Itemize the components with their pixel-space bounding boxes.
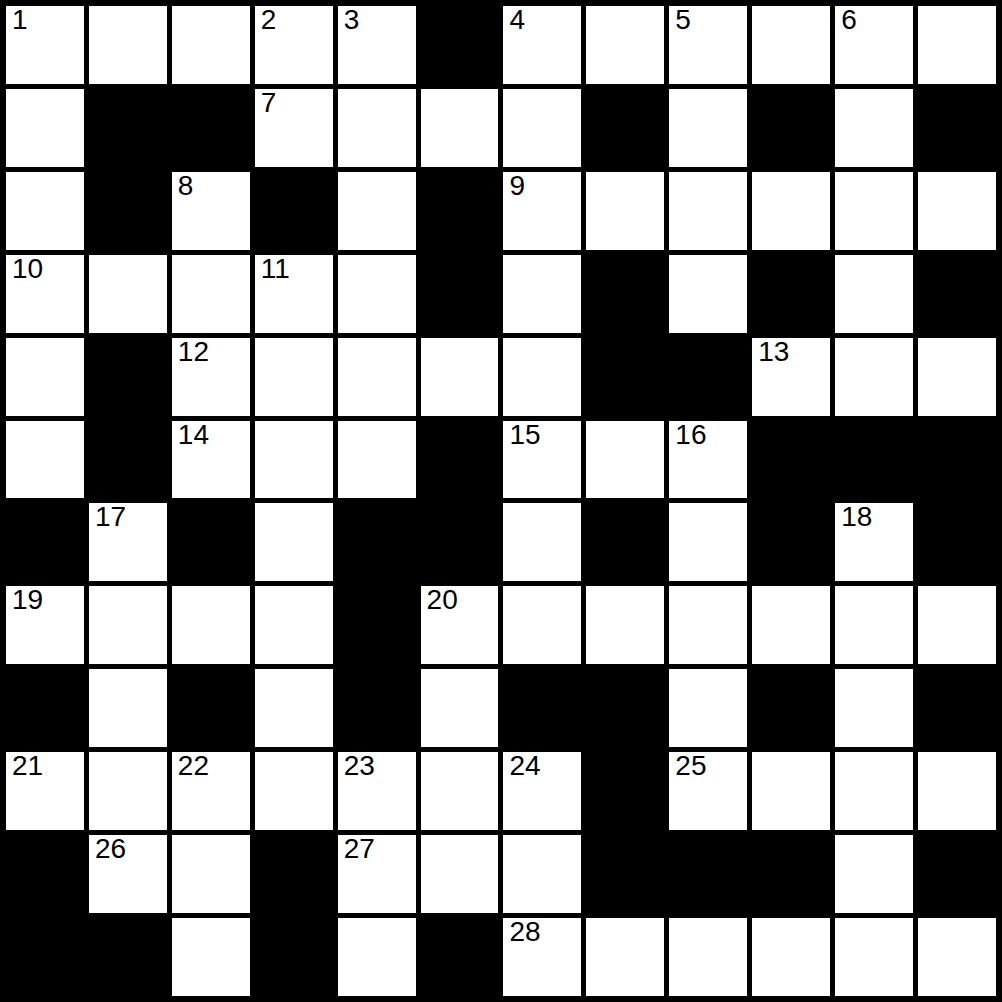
white-square[interactable]: 6 xyxy=(835,6,913,84)
black-square xyxy=(89,172,167,250)
white-square[interactable]: 10 xyxy=(6,255,84,333)
black-square xyxy=(918,503,996,581)
black-square xyxy=(6,835,84,913)
white-square[interactable] xyxy=(669,255,747,333)
black-square xyxy=(338,586,416,664)
white-square[interactable] xyxy=(503,255,581,333)
black-square xyxy=(752,835,830,913)
black-square xyxy=(89,918,167,996)
white-square[interactable]: 17 xyxy=(89,503,167,581)
white-square[interactable] xyxy=(89,586,167,664)
clue-number: 26 xyxy=(95,833,126,865)
black-square xyxy=(503,669,581,747)
white-square[interactable] xyxy=(835,586,913,664)
black-square xyxy=(89,421,167,499)
black-square xyxy=(752,89,830,167)
white-square[interactable] xyxy=(835,752,913,830)
white-square[interactable]: 22 xyxy=(172,752,250,830)
black-square xyxy=(586,89,664,167)
white-square[interactable] xyxy=(918,752,996,830)
black-square xyxy=(918,89,996,167)
white-square[interactable] xyxy=(835,669,913,747)
black-square xyxy=(421,918,499,996)
black-square xyxy=(586,255,664,333)
white-square[interactable]: 13 xyxy=(752,338,830,416)
black-square xyxy=(918,835,996,913)
white-square[interactable] xyxy=(255,338,333,416)
white-square[interactable]: 20 xyxy=(421,586,499,664)
white-square[interactable] xyxy=(255,503,333,581)
white-square[interactable] xyxy=(835,89,913,167)
white-square[interactable] xyxy=(586,421,664,499)
white-square[interactable] xyxy=(6,421,84,499)
black-square xyxy=(338,503,416,581)
white-square[interactable]: 24 xyxy=(503,752,581,830)
crossword-board: 1234567891011121314151617181920212223242… xyxy=(0,0,1002,1002)
black-square xyxy=(669,338,747,416)
white-square[interactable] xyxy=(918,918,996,996)
black-square xyxy=(752,421,830,499)
clue-number: 5 xyxy=(675,4,691,36)
white-square[interactable]: 11 xyxy=(255,255,333,333)
black-square xyxy=(586,835,664,913)
white-square[interactable] xyxy=(255,752,333,830)
white-square[interactable] xyxy=(752,6,830,84)
white-square[interactable] xyxy=(172,255,250,333)
black-square xyxy=(752,503,830,581)
white-square[interactable] xyxy=(669,669,747,747)
white-square[interactable]: 15 xyxy=(503,421,581,499)
clue-number: 17 xyxy=(95,501,126,533)
white-square[interactable] xyxy=(338,172,416,250)
white-square[interactable] xyxy=(918,338,996,416)
white-square[interactable]: 2 xyxy=(255,6,333,84)
white-square[interactable] xyxy=(172,918,250,996)
black-square xyxy=(172,669,250,747)
clue-number: 13 xyxy=(758,336,789,368)
clue-number: 12 xyxy=(178,336,209,368)
white-square[interactable]: 1 xyxy=(6,6,84,84)
white-square[interactable]: 18 xyxy=(835,503,913,581)
white-square[interactable] xyxy=(918,586,996,664)
white-square[interactable] xyxy=(586,586,664,664)
white-square[interactable] xyxy=(586,172,664,250)
clue-number: 3 xyxy=(344,4,360,36)
white-square[interactable] xyxy=(835,172,913,250)
white-square[interactable]: 19 xyxy=(6,586,84,664)
white-square[interactable] xyxy=(338,421,416,499)
white-square[interactable] xyxy=(503,503,581,581)
black-square xyxy=(6,669,84,747)
black-square xyxy=(6,503,84,581)
clue-number: 22 xyxy=(178,750,209,782)
black-square xyxy=(338,669,416,747)
black-square xyxy=(586,752,664,830)
white-square[interactable] xyxy=(586,6,664,84)
white-square[interactable] xyxy=(669,918,747,996)
white-square[interactable] xyxy=(89,752,167,830)
white-square[interactable] xyxy=(752,586,830,664)
black-square xyxy=(89,338,167,416)
clue-number: 28 xyxy=(509,916,540,948)
white-square[interactable]: 8 xyxy=(172,172,250,250)
white-square[interactable] xyxy=(752,918,830,996)
black-square xyxy=(6,918,84,996)
black-square xyxy=(421,421,499,499)
white-square[interactable] xyxy=(752,752,830,830)
white-square[interactable] xyxy=(835,835,913,913)
clue-number: 6 xyxy=(841,4,857,36)
clue-number: 19 xyxy=(12,584,43,616)
black-square xyxy=(918,255,996,333)
white-square[interactable] xyxy=(918,172,996,250)
clue-number: 2 xyxy=(261,4,277,36)
black-square xyxy=(752,255,830,333)
white-square[interactable] xyxy=(503,586,581,664)
black-square xyxy=(421,172,499,250)
white-square[interactable]: 12 xyxy=(172,338,250,416)
black-square xyxy=(421,503,499,581)
white-square[interactable] xyxy=(172,586,250,664)
black-square xyxy=(421,6,499,84)
clue-number: 7 xyxy=(261,87,277,119)
white-square[interactable] xyxy=(255,669,333,747)
black-square xyxy=(918,669,996,747)
clue-number: 20 xyxy=(427,584,458,616)
white-square[interactable] xyxy=(338,338,416,416)
white-square[interactable]: 4 xyxy=(503,6,581,84)
black-square xyxy=(752,669,830,747)
white-square[interactable] xyxy=(586,918,664,996)
black-square xyxy=(172,503,250,581)
black-square xyxy=(918,421,996,499)
white-square[interactable]: 3 xyxy=(338,6,416,84)
white-square[interactable] xyxy=(172,6,250,84)
white-square[interactable] xyxy=(421,338,499,416)
white-square[interactable]: 5 xyxy=(669,6,747,84)
white-square[interactable] xyxy=(89,255,167,333)
clue-number: 15 xyxy=(509,419,540,451)
clue-number: 25 xyxy=(675,750,706,782)
black-square xyxy=(255,918,333,996)
white-square[interactable] xyxy=(503,89,581,167)
black-square xyxy=(586,503,664,581)
white-square[interactable] xyxy=(6,172,84,250)
clue-number: 11 xyxy=(261,253,290,285)
clue-number: 16 xyxy=(675,419,706,451)
clue-number: 23 xyxy=(344,750,375,782)
white-square[interactable] xyxy=(503,338,581,416)
white-square[interactable] xyxy=(669,89,747,167)
clue-number: 18 xyxy=(841,501,872,533)
white-square[interactable]: 21 xyxy=(6,752,84,830)
black-square xyxy=(255,835,333,913)
black-square xyxy=(835,421,913,499)
black-square xyxy=(669,835,747,913)
white-square[interactable] xyxy=(338,89,416,167)
black-square xyxy=(421,255,499,333)
white-square[interactable] xyxy=(421,752,499,830)
white-square[interactable]: 26 xyxy=(89,835,167,913)
white-square[interactable] xyxy=(255,586,333,664)
white-square[interactable]: 28 xyxy=(503,918,581,996)
white-square[interactable]: 16 xyxy=(669,421,747,499)
white-square[interactable] xyxy=(255,421,333,499)
white-square[interactable] xyxy=(835,918,913,996)
clue-number: 1 xyxy=(12,4,28,36)
white-square[interactable]: 14 xyxy=(172,421,250,499)
white-square[interactable] xyxy=(835,255,913,333)
white-square[interactable] xyxy=(918,6,996,84)
clue-number: 24 xyxy=(509,750,540,782)
white-square[interactable] xyxy=(6,89,84,167)
clue-number: 27 xyxy=(344,833,375,865)
white-square[interactable] xyxy=(752,172,830,250)
white-square[interactable] xyxy=(338,255,416,333)
white-square[interactable]: 7 xyxy=(255,89,333,167)
white-square[interactable] xyxy=(669,586,747,664)
clue-number: 4 xyxy=(509,4,525,36)
black-square xyxy=(89,89,167,167)
black-square xyxy=(255,172,333,250)
clue-number: 21 xyxy=(12,750,43,782)
white-square[interactable] xyxy=(89,6,167,84)
black-square xyxy=(172,89,250,167)
white-square[interactable] xyxy=(6,338,84,416)
white-square[interactable]: 9 xyxy=(503,172,581,250)
clue-number: 9 xyxy=(509,170,525,202)
white-square[interactable] xyxy=(89,669,167,747)
white-square[interactable]: 23 xyxy=(338,752,416,830)
white-square[interactable] xyxy=(421,835,499,913)
black-square xyxy=(586,338,664,416)
white-square[interactable] xyxy=(421,89,499,167)
white-square[interactable]: 27 xyxy=(338,835,416,913)
white-square[interactable] xyxy=(338,918,416,996)
white-square[interactable] xyxy=(669,172,747,250)
white-square[interactable]: 25 xyxy=(669,752,747,830)
white-square[interactable] xyxy=(669,503,747,581)
white-square[interactable] xyxy=(172,835,250,913)
clue-number: 8 xyxy=(178,170,194,202)
clue-number: 14 xyxy=(178,419,209,451)
white-square[interactable] xyxy=(421,669,499,747)
clue-number: 10 xyxy=(12,253,43,285)
white-square[interactable] xyxy=(835,338,913,416)
black-square xyxy=(586,669,664,747)
white-square[interactable] xyxy=(503,835,581,913)
